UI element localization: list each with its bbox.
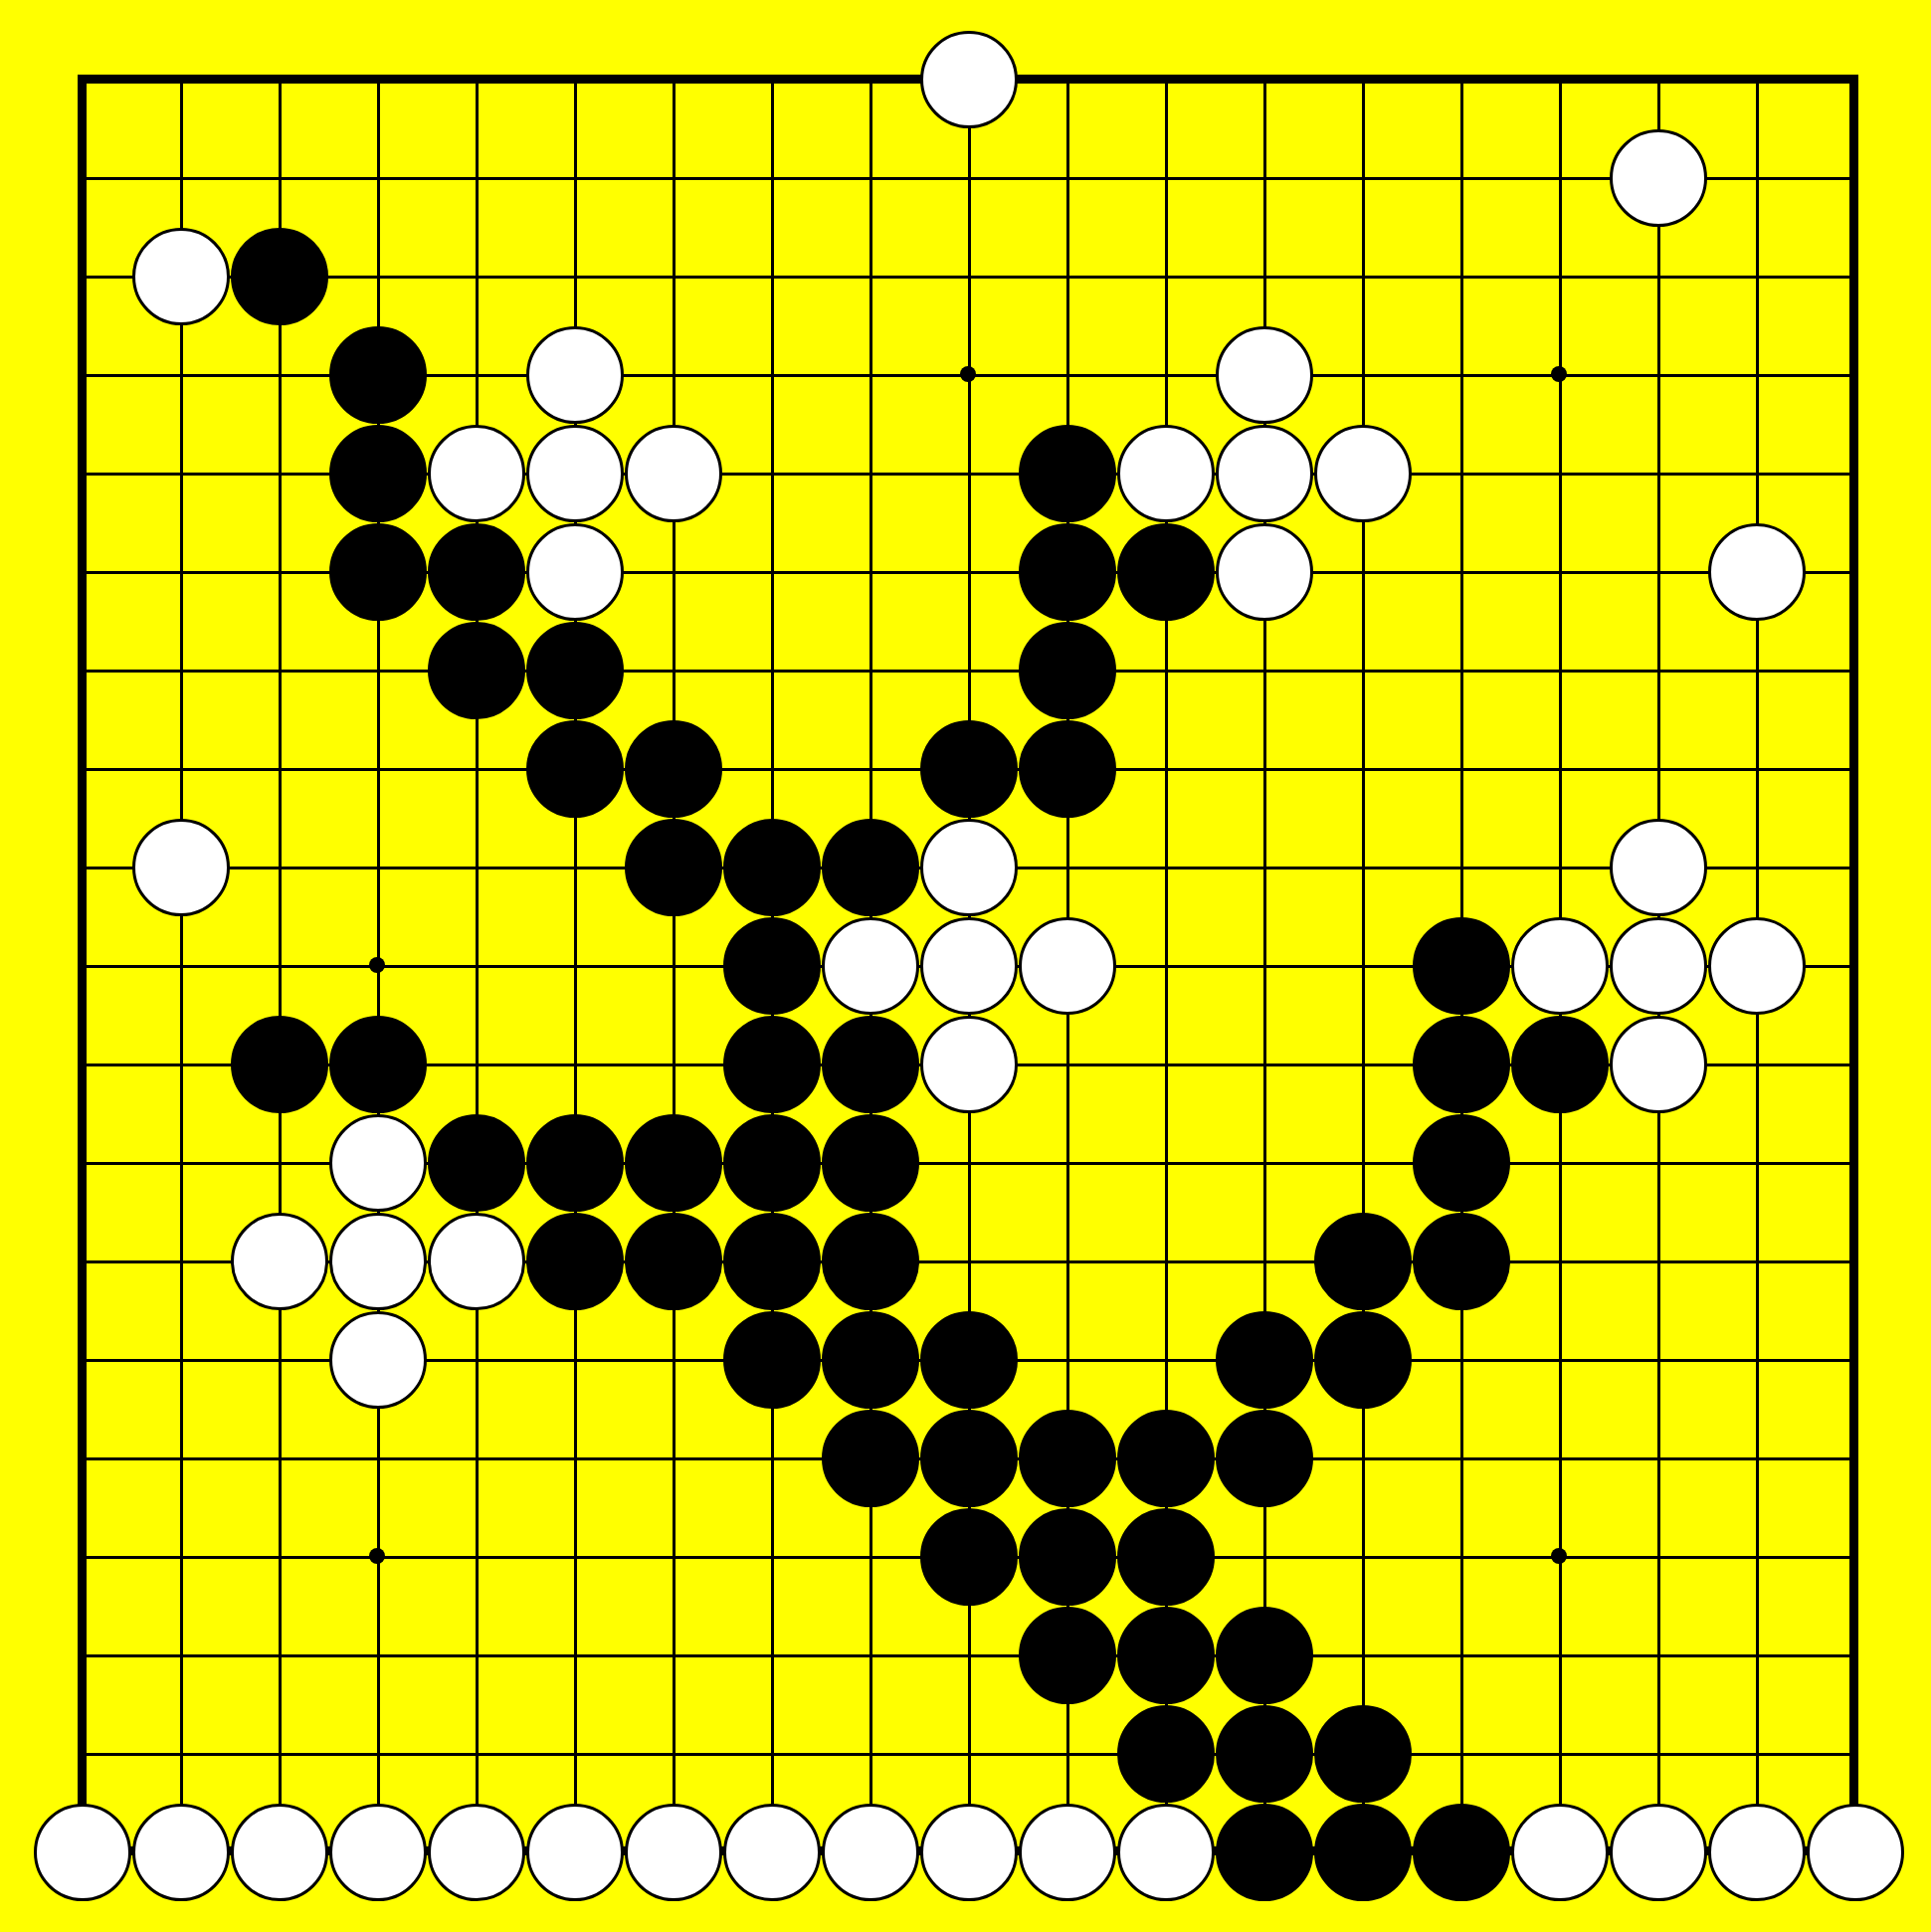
intersection-0-1[interactable]: [33, 128, 131, 227]
intersection-12-8[interactable]: [1215, 818, 1313, 916]
intersection-4-14[interactable]: [427, 1409, 525, 1507]
intersection-17-12[interactable]: [1707, 1212, 1806, 1310]
intersection-7-5[interactable]: [722, 522, 821, 621]
intersection-8-13[interactable]: [821, 1310, 919, 1409]
intersection-17-13[interactable]: [1707, 1310, 1806, 1409]
intersection-14-6[interactable]: [1412, 621, 1510, 719]
intersection-4-11[interactable]: [427, 1113, 525, 1212]
intersection-16-11[interactable]: [1609, 1113, 1707, 1212]
intersection-10-8[interactable]: [1018, 818, 1116, 916]
intersection-16-2[interactable]: [1609, 227, 1707, 325]
intersection-10-9[interactable]: [1018, 916, 1116, 1015]
intersection-8-12[interactable]: [821, 1212, 919, 1310]
intersection-13-14[interactable]: [1313, 1409, 1412, 1507]
intersection-17-11[interactable]: [1707, 1113, 1806, 1212]
intersection-4-3[interactable]: [427, 325, 525, 424]
intersection-13-13[interactable]: [1313, 1310, 1412, 1409]
intersection-8-6[interactable]: [821, 621, 919, 719]
intersection-1-11[interactable]: [131, 1113, 230, 1212]
intersection-13-17[interactable]: [1313, 1704, 1412, 1803]
intersection-3-4[interactable]: [328, 424, 427, 522]
intersection-12-6[interactable]: [1215, 621, 1313, 719]
intersection-0-3[interactable]: [33, 325, 131, 424]
intersection-18-13[interactable]: [1806, 1310, 1904, 1409]
intersection-8-4[interactable]: [821, 424, 919, 522]
intersection-1-5[interactable]: [131, 522, 230, 621]
intersection-10-17[interactable]: [1018, 1704, 1116, 1803]
intersection-1-0[interactable]: [131, 30, 230, 128]
intersection-16-10[interactable]: [1609, 1015, 1707, 1113]
intersection-12-11[interactable]: [1215, 1113, 1313, 1212]
intersection-16-17[interactable]: [1609, 1704, 1707, 1803]
intersection-11-7[interactable]: [1116, 719, 1215, 818]
intersection-15-15[interactable]: [1510, 1507, 1609, 1606]
intersection-18-1[interactable]: [1806, 128, 1904, 227]
intersection-12-17[interactable]: [1215, 1704, 1313, 1803]
intersection-18-18[interactable]: [1806, 1803, 1904, 1901]
intersection-8-16[interactable]: [821, 1606, 919, 1704]
intersection-3-7[interactable]: [328, 719, 427, 818]
intersection-4-6[interactable]: [427, 621, 525, 719]
intersection-13-4[interactable]: [1313, 424, 1412, 522]
intersection-17-1[interactable]: [1707, 128, 1806, 227]
intersection-18-16[interactable]: [1806, 1606, 1904, 1704]
intersection-2-8[interactable]: [230, 818, 328, 916]
intersection-14-13[interactable]: [1412, 1310, 1510, 1409]
intersection-3-12[interactable]: [328, 1212, 427, 1310]
intersection-5-16[interactable]: [525, 1606, 624, 1704]
intersection-18-6[interactable]: [1806, 621, 1904, 719]
intersection-10-1[interactable]: [1018, 128, 1116, 227]
intersection-12-14[interactable]: [1215, 1409, 1313, 1507]
intersection-2-10[interactable]: [230, 1015, 328, 1113]
intersection-14-11[interactable]: [1412, 1113, 1510, 1212]
intersection-9-2[interactable]: [919, 227, 1018, 325]
intersection-15-9[interactable]: [1510, 916, 1609, 1015]
intersection-13-6[interactable]: [1313, 621, 1412, 719]
intersection-15-6[interactable]: [1510, 621, 1609, 719]
intersection-2-12[interactable]: [230, 1212, 328, 1310]
intersection-5-4[interactable]: [525, 424, 624, 522]
intersection-4-18[interactable]: [427, 1803, 525, 1901]
intersection-6-10[interactable]: [624, 1015, 722, 1113]
intersection-15-11[interactable]: [1510, 1113, 1609, 1212]
intersection-2-2[interactable]: [230, 227, 328, 325]
intersection-16-13[interactable]: [1609, 1310, 1707, 1409]
intersection-7-7[interactable]: [722, 719, 821, 818]
intersection-2-5[interactable]: [230, 522, 328, 621]
intersection-14-1[interactable]: [1412, 128, 1510, 227]
intersection-1-15[interactable]: [131, 1507, 230, 1606]
intersection-11-18[interactable]: [1116, 1803, 1215, 1901]
intersection-3-18[interactable]: [328, 1803, 427, 1901]
intersection-6-4[interactable]: [624, 424, 722, 522]
intersection-4-5[interactable]: [427, 522, 525, 621]
intersection-3-5[interactable]: [328, 522, 427, 621]
intersection-14-17[interactable]: [1412, 1704, 1510, 1803]
intersection-10-7[interactable]: [1018, 719, 1116, 818]
intersection-4-15[interactable]: [427, 1507, 525, 1606]
intersection-0-5[interactable]: [33, 522, 131, 621]
intersection-6-14[interactable]: [624, 1409, 722, 1507]
intersection-6-0[interactable]: [624, 30, 722, 128]
intersection-6-7[interactable]: [624, 719, 722, 818]
intersection-11-13[interactable]: [1116, 1310, 1215, 1409]
intersection-11-17[interactable]: [1116, 1704, 1215, 1803]
intersection-14-16[interactable]: [1412, 1606, 1510, 1704]
intersection-18-10[interactable]: [1806, 1015, 1904, 1113]
intersection-7-11[interactable]: [722, 1113, 821, 1212]
intersection-18-3[interactable]: [1806, 325, 1904, 424]
intersection-4-13[interactable]: [427, 1310, 525, 1409]
intersection-3-17[interactable]: [328, 1704, 427, 1803]
intersection-13-1[interactable]: [1313, 128, 1412, 227]
intersection-3-13[interactable]: [328, 1310, 427, 1409]
intersection-6-5[interactable]: [624, 522, 722, 621]
intersection-1-12[interactable]: [131, 1212, 230, 1310]
intersection-8-5[interactable]: [821, 522, 919, 621]
intersection-11-11[interactable]: [1116, 1113, 1215, 1212]
intersection-2-11[interactable]: [230, 1113, 328, 1212]
intersection-10-4[interactable]: [1018, 424, 1116, 522]
intersection-10-0[interactable]: [1018, 30, 1116, 128]
intersection-1-14[interactable]: [131, 1409, 230, 1507]
intersection-8-7[interactable]: [821, 719, 919, 818]
intersection-9-14[interactable]: [919, 1409, 1018, 1507]
intersection-13-0[interactable]: [1313, 30, 1412, 128]
intersection-0-15[interactable]: [33, 1507, 131, 1606]
intersection-8-17[interactable]: [821, 1704, 919, 1803]
intersection-8-15[interactable]: [821, 1507, 919, 1606]
intersection-9-11[interactable]: [919, 1113, 1018, 1212]
intersection-0-17[interactable]: [33, 1704, 131, 1803]
intersection-16-8[interactable]: [1609, 818, 1707, 916]
intersection-15-1[interactable]: [1510, 128, 1609, 227]
intersection-2-16[interactable]: [230, 1606, 328, 1704]
intersection-13-3[interactable]: [1313, 325, 1412, 424]
intersection-2-1[interactable]: [230, 128, 328, 227]
intersection-5-7[interactable]: [525, 719, 624, 818]
intersection-3-6[interactable]: [328, 621, 427, 719]
intersection-17-14[interactable]: [1707, 1409, 1806, 1507]
intersection-12-4[interactable]: [1215, 424, 1313, 522]
intersection-9-3[interactable]: [919, 325, 1018, 424]
intersection-13-10[interactable]: [1313, 1015, 1412, 1113]
intersection-4-10[interactable]: [427, 1015, 525, 1113]
intersection-7-4[interactable]: [722, 424, 821, 522]
intersection-18-9[interactable]: [1806, 916, 1904, 1015]
intersection-5-0[interactable]: [525, 30, 624, 128]
intersection-2-14[interactable]: [230, 1409, 328, 1507]
intersection-7-13[interactable]: [722, 1310, 821, 1409]
intersection-8-3[interactable]: [821, 325, 919, 424]
intersection-13-7[interactable]: [1313, 719, 1412, 818]
intersection-7-12[interactable]: [722, 1212, 821, 1310]
intersection-16-4[interactable]: [1609, 424, 1707, 522]
intersection-15-7[interactable]: [1510, 719, 1609, 818]
intersection-6-3[interactable]: [624, 325, 722, 424]
intersection-11-4[interactable]: [1116, 424, 1215, 522]
intersection-11-14[interactable]: [1116, 1409, 1215, 1507]
intersection-13-11[interactable]: [1313, 1113, 1412, 1212]
intersection-10-14[interactable]: [1018, 1409, 1116, 1507]
intersection-11-6[interactable]: [1116, 621, 1215, 719]
intersection-10-12[interactable]: [1018, 1212, 1116, 1310]
intersection-9-17[interactable]: [919, 1704, 1018, 1803]
intersection-10-16[interactable]: [1018, 1606, 1116, 1704]
intersection-4-4[interactable]: [427, 424, 525, 522]
intersection-7-9[interactable]: [722, 916, 821, 1015]
intersection-7-0[interactable]: [722, 30, 821, 128]
intersection-8-18[interactable]: [821, 1803, 919, 1901]
intersection-1-2[interactable]: [131, 227, 230, 325]
intersection-7-10[interactable]: [722, 1015, 821, 1113]
intersection-15-13[interactable]: [1510, 1310, 1609, 1409]
intersection-12-15[interactable]: [1215, 1507, 1313, 1606]
intersection-2-0[interactable]: [230, 30, 328, 128]
intersection-18-8[interactable]: [1806, 818, 1904, 916]
intersection-17-15[interactable]: [1707, 1507, 1806, 1606]
intersection-12-16[interactable]: [1215, 1606, 1313, 1704]
intersection-13-12[interactable]: [1313, 1212, 1412, 1310]
intersection-3-15[interactable]: [328, 1507, 427, 1606]
intersection-18-11[interactable]: [1806, 1113, 1904, 1212]
intersection-2-15[interactable]: [230, 1507, 328, 1606]
intersection-14-10[interactable]: [1412, 1015, 1510, 1113]
intersection-18-4[interactable]: [1806, 424, 1904, 522]
intersection-6-11[interactable]: [624, 1113, 722, 1212]
intersection-6-18[interactable]: [624, 1803, 722, 1901]
intersection-16-7[interactable]: [1609, 719, 1707, 818]
intersection-5-2[interactable]: [525, 227, 624, 325]
intersection-17-3[interactable]: [1707, 325, 1806, 424]
intersection-0-13[interactable]: [33, 1310, 131, 1409]
intersection-15-5[interactable]: [1510, 522, 1609, 621]
intersection-5-11[interactable]: [525, 1113, 624, 1212]
intersection-18-15[interactable]: [1806, 1507, 1904, 1606]
intersection-13-2[interactable]: [1313, 227, 1412, 325]
intersection-11-5[interactable]: [1116, 522, 1215, 621]
intersection-9-13[interactable]: [919, 1310, 1018, 1409]
intersection-7-14[interactable]: [722, 1409, 821, 1507]
intersection-17-16[interactable]: [1707, 1606, 1806, 1704]
intersection-15-2[interactable]: [1510, 227, 1609, 325]
intersection-15-4[interactable]: [1510, 424, 1609, 522]
intersection-3-8[interactable]: [328, 818, 427, 916]
intersection-1-6[interactable]: [131, 621, 230, 719]
intersection-4-2[interactable]: [427, 227, 525, 325]
intersection-1-3[interactable]: [131, 325, 230, 424]
intersection-1-10[interactable]: [131, 1015, 230, 1113]
intersection-14-2[interactable]: [1412, 227, 1510, 325]
intersection-5-8[interactable]: [525, 818, 624, 916]
intersection-18-17[interactable]: [1806, 1704, 1904, 1803]
intersection-5-6[interactable]: [525, 621, 624, 719]
intersection-13-5[interactable]: [1313, 522, 1412, 621]
intersection-15-8[interactable]: [1510, 818, 1609, 916]
intersection-12-3[interactable]: [1215, 325, 1313, 424]
intersection-2-6[interactable]: [230, 621, 328, 719]
intersection-3-11[interactable]: [328, 1113, 427, 1212]
intersection-17-4[interactable]: [1707, 424, 1806, 522]
intersection-1-7[interactable]: [131, 719, 230, 818]
intersection-5-1[interactable]: [525, 128, 624, 227]
intersection-18-2[interactable]: [1806, 227, 1904, 325]
intersection-7-17[interactable]: [722, 1704, 821, 1803]
intersection-2-18[interactable]: [230, 1803, 328, 1901]
intersection-7-3[interactable]: [722, 325, 821, 424]
intersection-17-18[interactable]: [1707, 1803, 1806, 1901]
intersection-12-2[interactable]: [1215, 227, 1313, 325]
intersection-15-14[interactable]: [1510, 1409, 1609, 1507]
intersection-5-10[interactable]: [525, 1015, 624, 1113]
intersection-3-14[interactable]: [328, 1409, 427, 1507]
intersection-10-2[interactable]: [1018, 227, 1116, 325]
intersection-10-3[interactable]: [1018, 325, 1116, 424]
intersection-5-12[interactable]: [525, 1212, 624, 1310]
intersection-12-12[interactable]: [1215, 1212, 1313, 1310]
intersection-3-3[interactable]: [328, 325, 427, 424]
intersection-16-3[interactable]: [1609, 325, 1707, 424]
intersection-0-2[interactable]: [33, 227, 131, 325]
intersection-1-18[interactable]: [131, 1803, 230, 1901]
intersection-7-15[interactable]: [722, 1507, 821, 1606]
intersection-12-13[interactable]: [1215, 1310, 1313, 1409]
intersection-12-1[interactable]: [1215, 128, 1313, 227]
intersection-10-15[interactable]: [1018, 1507, 1116, 1606]
intersection-12-5[interactable]: [1215, 522, 1313, 621]
intersection-10-11[interactable]: [1018, 1113, 1116, 1212]
intersection-7-18[interactable]: [722, 1803, 821, 1901]
intersection-15-3[interactable]: [1510, 325, 1609, 424]
intersection-15-17[interactable]: [1510, 1704, 1609, 1803]
intersection-2-3[interactable]: [230, 325, 328, 424]
intersection-12-7[interactable]: [1215, 719, 1313, 818]
intersection-8-8[interactable]: [821, 818, 919, 916]
intersection-10-18[interactable]: [1018, 1803, 1116, 1901]
intersection-13-18[interactable]: [1313, 1803, 1412, 1901]
intersection-5-15[interactable]: [525, 1507, 624, 1606]
intersection-6-9[interactable]: [624, 916, 722, 1015]
intersection-5-14[interactable]: [525, 1409, 624, 1507]
intersection-7-2[interactable]: [722, 227, 821, 325]
intersection-12-10[interactable]: [1215, 1015, 1313, 1113]
intersection-3-1[interactable]: [328, 128, 427, 227]
intersection-0-12[interactable]: [33, 1212, 131, 1310]
intersection-6-12[interactable]: [624, 1212, 722, 1310]
intersection-13-15[interactable]: [1313, 1507, 1412, 1606]
intersection-0-18[interactable]: [33, 1803, 131, 1901]
intersection-4-1[interactable]: [427, 128, 525, 227]
intersection-0-8[interactable]: [33, 818, 131, 916]
intersection-10-5[interactable]: [1018, 522, 1116, 621]
intersection-13-16[interactable]: [1313, 1606, 1412, 1704]
intersection-11-2[interactable]: [1116, 227, 1215, 325]
intersection-5-3[interactable]: [525, 325, 624, 424]
intersection-11-15[interactable]: [1116, 1507, 1215, 1606]
intersection-8-2[interactable]: [821, 227, 919, 325]
intersection-0-9[interactable]: [33, 916, 131, 1015]
intersection-0-11[interactable]: [33, 1113, 131, 1212]
intersection-2-4[interactable]: [230, 424, 328, 522]
intersection-6-17[interactable]: [624, 1704, 722, 1803]
intersection-1-13[interactable]: [131, 1310, 230, 1409]
intersection-15-12[interactable]: [1510, 1212, 1609, 1310]
intersection-11-10[interactable]: [1116, 1015, 1215, 1113]
intersection-18-14[interactable]: [1806, 1409, 1904, 1507]
intersection-4-7[interactable]: [427, 719, 525, 818]
intersection-14-7[interactable]: [1412, 719, 1510, 818]
intersection-4-12[interactable]: [427, 1212, 525, 1310]
intersection-9-1[interactable]: [919, 128, 1018, 227]
intersection-14-8[interactable]: [1412, 818, 1510, 916]
intersection-6-2[interactable]: [624, 227, 722, 325]
intersection-14-15[interactable]: [1412, 1507, 1510, 1606]
intersection-16-15[interactable]: [1609, 1507, 1707, 1606]
intersection-17-17[interactable]: [1707, 1704, 1806, 1803]
intersection-2-9[interactable]: [230, 916, 328, 1015]
intersection-16-18[interactable]: [1609, 1803, 1707, 1901]
intersection-9-7[interactable]: [919, 719, 1018, 818]
intersection-14-18[interactable]: [1412, 1803, 1510, 1901]
intersection-4-0[interactable]: [427, 30, 525, 128]
intersection-16-16[interactable]: [1609, 1606, 1707, 1704]
intersection-0-14[interactable]: [33, 1409, 131, 1507]
intersection-14-0[interactable]: [1412, 30, 1510, 128]
intersection-17-2[interactable]: [1707, 227, 1806, 325]
intersection-6-16[interactable]: [624, 1606, 722, 1704]
intersection-6-15[interactable]: [624, 1507, 722, 1606]
intersection-15-18[interactable]: [1510, 1803, 1609, 1901]
intersection-12-0[interactable]: [1215, 30, 1313, 128]
intersection-10-13[interactable]: [1018, 1310, 1116, 1409]
intersection-7-6[interactable]: [722, 621, 821, 719]
intersection-0-4[interactable]: [33, 424, 131, 522]
intersection-1-4[interactable]: [131, 424, 230, 522]
intersection-4-9[interactable]: [427, 916, 525, 1015]
intersection-9-16[interactable]: [919, 1606, 1018, 1704]
intersection-8-11[interactable]: [821, 1113, 919, 1212]
intersection-6-8[interactable]: [624, 818, 722, 916]
intersection-17-5[interactable]: [1707, 522, 1806, 621]
intersection-3-0[interactable]: [328, 30, 427, 128]
intersection-9-15[interactable]: [919, 1507, 1018, 1606]
intersection-9-10[interactable]: [919, 1015, 1018, 1113]
intersection-3-9[interactable]: [328, 916, 427, 1015]
intersection-4-16[interactable]: [427, 1606, 525, 1704]
intersection-18-5[interactable]: [1806, 522, 1904, 621]
intersection-14-3[interactable]: [1412, 325, 1510, 424]
intersection-17-0[interactable]: [1707, 30, 1806, 128]
intersection-0-6[interactable]: [33, 621, 131, 719]
intersection-12-18[interactable]: [1215, 1803, 1313, 1901]
intersection-9-8[interactable]: [919, 818, 1018, 916]
intersection-9-4[interactable]: [919, 424, 1018, 522]
intersection-1-8[interactable]: [131, 818, 230, 916]
intersection-8-0[interactable]: [821, 30, 919, 128]
intersection-16-5[interactable]: [1609, 522, 1707, 621]
intersection-4-17[interactable]: [427, 1704, 525, 1803]
intersection-13-9[interactable]: [1313, 916, 1412, 1015]
intersection-1-16[interactable]: [131, 1606, 230, 1704]
intersection-7-1[interactable]: [722, 128, 821, 227]
intersection-9-9[interactable]: [919, 916, 1018, 1015]
intersection-3-2[interactable]: [328, 227, 427, 325]
intersection-8-1[interactable]: [821, 128, 919, 227]
intersection-11-16[interactable]: [1116, 1606, 1215, 1704]
intersection-3-10[interactable]: [328, 1015, 427, 1113]
intersection-16-14[interactable]: [1609, 1409, 1707, 1507]
